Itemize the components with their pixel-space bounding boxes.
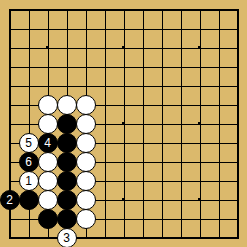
stone-white[interactable] [38, 95, 58, 115]
stone-white[interactable] [76, 209, 96, 229]
stone-white[interactable] [38, 171, 58, 191]
stone-white[interactable] [57, 95, 77, 115]
stone-white[interactable] [76, 133, 96, 153]
stone-black[interactable] [19, 190, 39, 210]
stone-white[interactable] [76, 152, 96, 172]
stone-white[interactable] [76, 171, 96, 191]
stone-white-move-5[interactable]: 5 [19, 133, 39, 153]
stone-white[interactable] [38, 190, 58, 210]
stone-black[interactable] [38, 209, 58, 229]
stone-black[interactable] [57, 133, 77, 153]
stone-black[interactable] [57, 190, 77, 210]
stone-black[interactable] [57, 171, 77, 191]
stone-white[interactable] [76, 190, 96, 210]
stone-white[interactable] [76, 114, 96, 134]
go-board[interactable]: 546123 [0, 0, 247, 247]
stone-white[interactable] [76, 95, 96, 115]
stone-black[interactable] [57, 209, 77, 229]
stone-black-move-6[interactable]: 6 [19, 152, 39, 172]
stone-white[interactable] [38, 114, 58, 134]
stone-white-move-1[interactable]: 1 [19, 171, 39, 191]
stone-white-move-3[interactable]: 3 [57, 228, 77, 247]
stone-black-move-2[interactable]: 2 [0, 190, 20, 210]
stones-layer: 546123 [0, 0, 247, 247]
stone-black[interactable] [57, 114, 77, 134]
stone-black[interactable] [57, 152, 77, 172]
stone-black-move-4[interactable]: 4 [38, 133, 58, 153]
stone-white[interactable] [38, 152, 58, 172]
